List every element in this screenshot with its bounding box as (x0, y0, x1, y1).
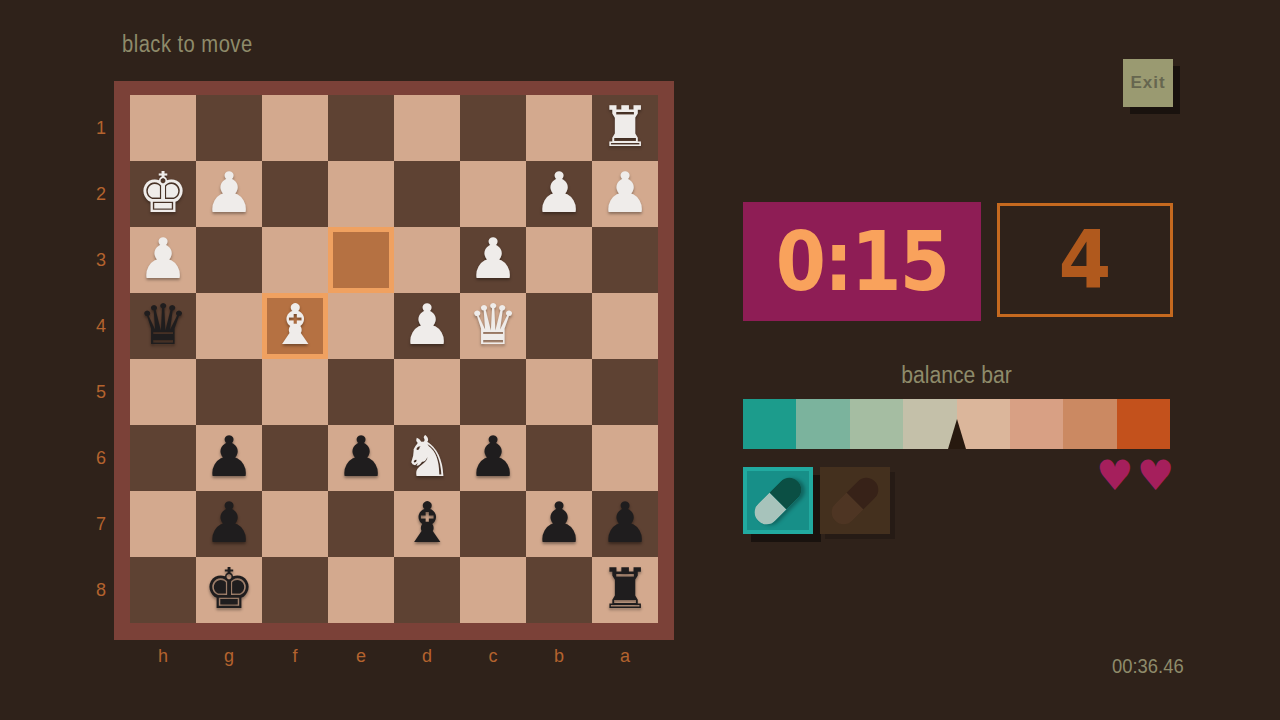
square-b8[interactable] (526, 557, 592, 623)
square-d6[interactable]: ♞ (394, 425, 460, 491)
turn-indicator: black to move (122, 31, 253, 58)
square-a2[interactable]: ♟ (592, 161, 658, 227)
square-e7[interactable] (328, 491, 394, 557)
rank-labels: 12345678 (84, 95, 106, 623)
square-d7[interactable]: ♝ (394, 491, 460, 557)
square-g6[interactable]: ♟ (196, 425, 262, 491)
board-grid: ♜♚♟♟♟♟♟♛♝♟♛♟♟♞♟♟♝♟♟♚♜ (130, 95, 658, 623)
square-g7[interactable]: ♟ (196, 491, 262, 557)
square-h2[interactable]: ♚ (130, 161, 196, 227)
balance-segment-7 (1063, 399, 1116, 449)
heart-icon: ♥ (1137, 451, 1178, 500)
heart-icon: ♥ (1096, 451, 1137, 500)
square-c8[interactable] (460, 557, 526, 623)
square-c3[interactable]: ♟ (460, 227, 526, 293)
file-label-h: h (130, 646, 196, 667)
square-d4[interactable]: ♟ (394, 293, 460, 359)
square-b7[interactable]: ♟ (526, 491, 592, 557)
piece-white-queen[interactable]: ♛ (460, 293, 526, 359)
square-e5[interactable] (328, 359, 394, 425)
pill-icon (750, 472, 807, 529)
square-f1[interactable] (262, 95, 328, 161)
file-label-b: b (526, 646, 592, 667)
move-timer-value: 0:15 (776, 214, 948, 309)
move-timer: 0:15 (743, 202, 981, 321)
piece-white-pawn[interactable]: ♟ (526, 161, 592, 227)
square-d8[interactable] (394, 557, 460, 623)
square-g4[interactable] (196, 293, 262, 359)
balance-segment-3 (850, 399, 903, 449)
square-e4[interactable] (328, 293, 394, 359)
piece-white-knight[interactable]: ♞ (394, 425, 460, 491)
square-d3[interactable] (394, 227, 460, 293)
lives-hearts: ♥♥ (1096, 455, 1177, 497)
square-g8[interactable]: ♚ (196, 557, 262, 623)
balance-segment-1 (743, 399, 796, 449)
square-f6[interactable] (262, 425, 328, 491)
square-e2[interactable] (328, 161, 394, 227)
piece-white-pawn[interactable]: ♟ (130, 227, 196, 293)
square-h5[interactable] (130, 359, 196, 425)
piece-black-queen[interactable]: ♛ (130, 293, 196, 359)
square-f4[interactable]: ♝ (262, 293, 328, 359)
square-c5[interactable] (460, 359, 526, 425)
bonus-counter: 4 (997, 203, 1173, 317)
square-f7[interactable] (262, 491, 328, 557)
piece-black-pawn[interactable]: ♟ (592, 491, 658, 557)
piece-white-king[interactable]: ♚ (130, 161, 196, 227)
square-f5[interactable] (262, 359, 328, 425)
piece-white-pawn[interactable]: ♟ (460, 227, 526, 293)
file-label-f: f (262, 646, 328, 667)
piece-black-king[interactable]: ♚ (196, 557, 262, 623)
square-c1[interactable] (460, 95, 526, 161)
rank-label-6: 6 (84, 425, 106, 491)
square-b3[interactable] (526, 227, 592, 293)
square-h3[interactable]: ♟ (130, 227, 196, 293)
piece-white-pawn[interactable]: ♟ (394, 293, 460, 359)
square-c6[interactable]: ♟ (460, 425, 526, 491)
piece-black-bishop[interactable]: ♝ (394, 491, 460, 557)
piece-white-bishop[interactable]: ♝ (262, 293, 328, 359)
square-f8[interactable] (262, 557, 328, 623)
file-label-a: a (592, 646, 658, 667)
piece-black-pawn[interactable]: ♟ (460, 425, 526, 491)
rank-label-5: 5 (84, 359, 106, 425)
piece-white-rook[interactable]: ♜ (592, 95, 658, 161)
rank-label-8: 8 (84, 557, 106, 623)
bonus-counter-value: 4 (1059, 214, 1112, 307)
file-label-c: c (460, 646, 526, 667)
square-g2[interactable]: ♟ (196, 161, 262, 227)
pill-icon (827, 472, 884, 529)
chess-board: ♜♚♟♟♟♟♟♛♝♟♛♟♟♞♟♟♝♟♟♚♜ (114, 81, 674, 640)
square-a7[interactable]: ♟ (592, 491, 658, 557)
rank-label-3: 3 (84, 227, 106, 293)
exit-button[interactable]: Exit (1123, 59, 1173, 107)
square-c4[interactable]: ♛ (460, 293, 526, 359)
pill-item-available[interactable] (743, 467, 813, 534)
rank-label-4: 4 (84, 293, 106, 359)
piece-black-pawn[interactable]: ♟ (526, 491, 592, 557)
square-a5[interactable] (592, 359, 658, 425)
piece-black-pawn[interactable]: ♟ (196, 425, 262, 491)
square-d5[interactable] (394, 359, 460, 425)
square-e6[interactable]: ♟ (328, 425, 394, 491)
square-h7[interactable] (130, 491, 196, 557)
file-labels: hgfedcba (130, 646, 658, 667)
square-a4[interactable] (592, 293, 658, 359)
balance-segment-8 (1117, 399, 1170, 449)
square-b6[interactable] (526, 425, 592, 491)
square-d2[interactable] (394, 161, 460, 227)
square-h1[interactable] (130, 95, 196, 161)
balance-pointer-icon (948, 419, 966, 449)
balance-bar-label: balance bar (760, 362, 1153, 389)
square-a8[interactable]: ♜ (592, 557, 658, 623)
piece-black-pawn[interactable]: ♟ (196, 491, 262, 557)
square-b5[interactable] (526, 359, 592, 425)
square-h8[interactable] (130, 557, 196, 623)
file-label-g: g (196, 646, 262, 667)
piece-white-pawn[interactable]: ♟ (592, 161, 658, 227)
square-h4[interactable]: ♛ (130, 293, 196, 359)
square-g1[interactable] (196, 95, 262, 161)
square-c2[interactable] (460, 161, 526, 227)
rank-label-2: 2 (84, 161, 106, 227)
piece-black-pawn[interactable]: ♟ (328, 425, 394, 491)
square-a1[interactable]: ♜ (592, 95, 658, 161)
square-b2[interactable]: ♟ (526, 161, 592, 227)
square-f2[interactable] (262, 161, 328, 227)
square-e1[interactable] (328, 95, 394, 161)
square-a3[interactable] (592, 227, 658, 293)
piece-white-pawn[interactable]: ♟ (196, 161, 262, 227)
file-label-e: e (328, 646, 394, 667)
square-g5[interactable] (196, 359, 262, 425)
pill-item-used (820, 467, 890, 534)
rank-label-1: 1 (84, 95, 106, 161)
square-e8[interactable] (328, 557, 394, 623)
square-b1[interactable] (526, 95, 592, 161)
game-clock: 00:36.46 (1112, 655, 1184, 678)
file-label-d: d (394, 646, 460, 667)
piece-black-rook[interactable]: ♜ (592, 557, 658, 623)
square-g3[interactable] (196, 227, 262, 293)
square-d1[interactable] (394, 95, 460, 161)
square-a6[interactable] (592, 425, 658, 491)
square-b4[interactable] (526, 293, 592, 359)
square-e3[interactable] (328, 227, 394, 293)
square-c7[interactable] (460, 491, 526, 557)
square-f3[interactable] (262, 227, 328, 293)
square-h6[interactable] (130, 425, 196, 491)
game-screen: black to move Exit ♜♚♟♟♟♟♟♛♝♟♛♟♟♞♟♟♝♟♟♚♜… (0, 0, 1280, 720)
rank-label-7: 7 (84, 491, 106, 557)
balance-segment-2 (796, 399, 849, 449)
balance-bar (743, 399, 1170, 449)
balance-segment-6 (1010, 399, 1063, 449)
